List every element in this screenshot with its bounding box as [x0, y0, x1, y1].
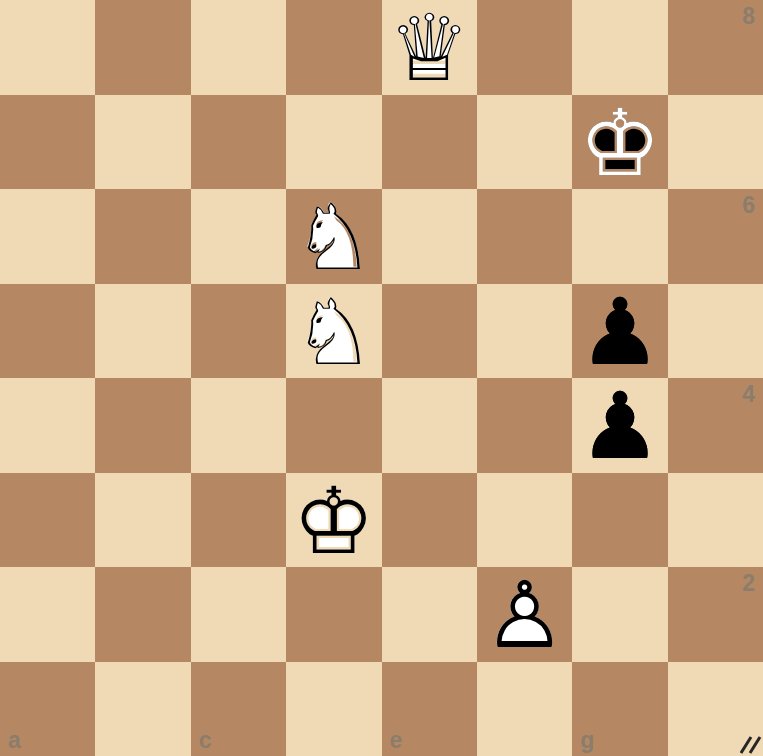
square-h7[interactable]: [668, 95, 763, 190]
white-king-outline: ♔: [293, 476, 375, 568]
square-c4[interactable]: [191, 378, 286, 473]
square-a5[interactable]: [0, 284, 95, 379]
square-g1[interactable]: [572, 662, 667, 756]
square-f8[interactable]: [477, 0, 572, 95]
square-g3[interactable]: [572, 473, 667, 568]
square-h2[interactable]: [668, 567, 763, 662]
square-b6[interactable]: [95, 189, 190, 284]
square-d2[interactable]: [286, 567, 381, 662]
square-c1[interactable]: [191, 662, 286, 756]
square-e7[interactable]: [382, 95, 477, 190]
black-king[interactable]: ♚♔: [572, 95, 667, 190]
square-e3[interactable]: [382, 473, 477, 568]
square-a6[interactable]: [0, 189, 95, 284]
square-g8[interactable]: [572, 0, 667, 95]
square-g6[interactable]: [572, 189, 667, 284]
square-a1[interactable]: [0, 662, 95, 756]
square-e1[interactable]: [382, 662, 477, 756]
white-pawn-outline: ♙: [483, 570, 565, 662]
square-e6[interactable]: [382, 189, 477, 284]
white-queen[interactable]: ♛♕: [382, 0, 477, 95]
square-h4[interactable]: [668, 378, 763, 473]
square-b4[interactable]: [95, 378, 190, 473]
square-f3[interactable]: [477, 473, 572, 568]
square-d7[interactable]: [286, 95, 381, 190]
square-b3[interactable]: [95, 473, 190, 568]
square-c2[interactable]: [191, 567, 286, 662]
square-b7[interactable]: [95, 95, 190, 190]
board-resize-handle[interactable]: [740, 734, 762, 754]
square-b8[interactable]: [95, 0, 190, 95]
black-pawn[interactable]: ♟♙: [572, 378, 667, 473]
black-king-outline: ♔: [579, 98, 661, 190]
square-d1[interactable]: [286, 662, 381, 756]
square-f6[interactable]: [477, 189, 572, 284]
white-king-fill: ♚: [293, 476, 375, 568]
white-pawn[interactable]: ♟♙: [477, 567, 572, 662]
square-c7[interactable]: [191, 95, 286, 190]
square-c8[interactable]: [191, 0, 286, 95]
square-b5[interactable]: [95, 284, 190, 379]
square-h8[interactable]: [668, 0, 763, 95]
square-h6[interactable]: [668, 189, 763, 284]
square-f5[interactable]: [477, 284, 572, 379]
square-f1[interactable]: [477, 662, 572, 756]
square-b2[interactable]: [95, 567, 190, 662]
white-queen-outline: ♕: [388, 3, 470, 95]
resize-grip-icon: [740, 734, 762, 754]
square-d8[interactable]: [286, 0, 381, 95]
white-queen-fill: ♛: [388, 3, 470, 95]
square-h5[interactable]: [668, 284, 763, 379]
square-c3[interactable]: [191, 473, 286, 568]
white-pawn-fill: ♟: [483, 570, 565, 662]
black-pawn-fill: ♟: [579, 381, 661, 473]
black-pawn-outline: ♙: [579, 381, 661, 473]
square-d4[interactable]: [286, 378, 381, 473]
white-knight[interactable]: ♞♘: [286, 284, 381, 379]
white-knight-fill: ♞: [293, 287, 375, 379]
square-a7[interactable]: [0, 95, 95, 190]
white-knight[interactable]: ♞♘: [286, 189, 381, 284]
square-c5[interactable]: [191, 284, 286, 379]
square-a2[interactable]: [0, 567, 95, 662]
square-g2[interactable]: [572, 567, 667, 662]
black-pawn-fill: ♟: [579, 287, 661, 379]
white-knight-outline: ♘: [293, 287, 375, 379]
black-pawn-outline: ♙: [579, 287, 661, 379]
square-e4[interactable]: [382, 378, 477, 473]
square-e2[interactable]: [382, 567, 477, 662]
square-a4[interactable]: [0, 378, 95, 473]
square-a3[interactable]: [0, 473, 95, 568]
square-b1[interactable]: [95, 662, 190, 756]
square-e5[interactable]: [382, 284, 477, 379]
black-pawn[interactable]: ♟♙: [572, 284, 667, 379]
square-f4[interactable]: [477, 378, 572, 473]
chess-board: ♛♕♚♔♞♘♞♘♟♙♟♙♚♔♟♙abcdefgh87654321: [0, 0, 763, 756]
square-c6[interactable]: [191, 189, 286, 284]
white-knight-fill: ♞: [293, 192, 375, 284]
square-a8[interactable]: [0, 0, 95, 95]
square-h3[interactable]: [668, 473, 763, 568]
black-king-fill: ♚: [579, 98, 661, 190]
white-king[interactable]: ♚♔: [286, 473, 381, 568]
square-f7[interactable]: [477, 95, 572, 190]
white-knight-outline: ♘: [293, 192, 375, 284]
